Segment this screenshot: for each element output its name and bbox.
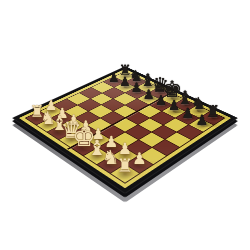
piece-black-pawn-d7: ♟ (143, 88, 155, 101)
chess-set-product-photo: ♜♞♝♛♚♝♞♜♟♟♟♟♟♟♟♟♟♟♟♟♟♟♟♟♜♞♝♛♚♝♞♜ (0, 0, 250, 250)
piece-black-pawn-e7: ♟ (155, 93, 167, 106)
piece-white-rook-h1: ♜ (117, 157, 134, 176)
piece-black-pawn-f7: ♟ (168, 100, 180, 114)
piece-black-pawn-g7: ♟ (181, 106, 194, 120)
piece-black-pawn-a7: ♟ (108, 71, 119, 83)
pieces-layer: ♜♞♝♛♚♝♞♜♟♟♟♟♟♟♟♟♟♟♟♟♟♟♟♟♜♞♝♛♚♝♞♜ (0, 0, 250, 250)
piece-black-pawn-c7: ♟ (131, 82, 143, 95)
piece-black-pawn-h7: ♟ (196, 113, 209, 127)
piece-white-pawn-h2: ♟ (132, 151, 146, 167)
piece-black-pawn-b7: ♟ (119, 76, 130, 89)
